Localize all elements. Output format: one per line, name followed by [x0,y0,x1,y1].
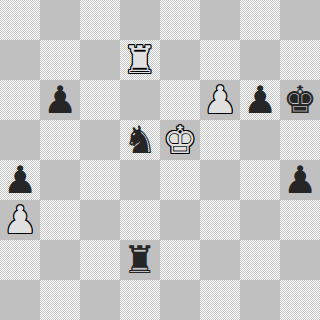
square-d6[interactable] [120,80,160,120]
square-f8[interactable] [200,0,240,40]
square-c8[interactable] [80,0,120,40]
white-rook-d7[interactable]: ♜ [120,40,160,80]
black-pawn-a4[interactable]: ♟ [0,160,40,200]
square-a4[interactable]: ♟ [0,160,40,200]
square-h8[interactable] [280,0,320,40]
square-d3[interactable] [120,200,160,240]
square-b2[interactable] [40,240,80,280]
square-f6[interactable]: ♟ [200,80,240,120]
white-pawn-a3[interactable]: ♟ [0,200,40,240]
square-g6[interactable]: ♟ [240,80,280,120]
square-a3[interactable]: ♟ [0,200,40,240]
white-king-e5[interactable]: ♚ [160,120,200,160]
square-e4[interactable] [160,160,200,200]
square-g8[interactable] [240,0,280,40]
square-d5[interactable]: ♞ [120,120,160,160]
square-b8[interactable] [40,0,80,40]
black-pawn-h4[interactable]: ♟ [280,160,320,200]
square-h6[interactable]: ♚ [280,80,320,120]
square-f3[interactable] [200,200,240,240]
black-king-h6[interactable]: ♚ [280,80,320,120]
square-c7[interactable] [80,40,120,80]
square-a7[interactable] [0,40,40,80]
square-f4[interactable] [200,160,240,200]
square-f2[interactable] [200,240,240,280]
square-a8[interactable] [0,0,40,40]
square-a5[interactable] [0,120,40,160]
square-g1[interactable] [240,280,280,320]
square-d4[interactable] [120,160,160,200]
square-c6[interactable] [80,80,120,120]
black-pawn-b6[interactable]: ♟ [40,80,80,120]
square-e8[interactable] [160,0,200,40]
square-d8[interactable] [120,0,160,40]
square-a2[interactable] [0,240,40,280]
square-e1[interactable] [160,280,200,320]
square-h1[interactable] [280,280,320,320]
square-e6[interactable] [160,80,200,120]
black-rook-d2[interactable]: ♜ [120,240,160,280]
square-h7[interactable] [280,40,320,80]
square-e5[interactable]: ♚ [160,120,200,160]
square-c1[interactable] [80,280,120,320]
square-a6[interactable] [0,80,40,120]
square-b4[interactable] [40,160,80,200]
square-b7[interactable] [40,40,80,80]
square-e3[interactable] [160,200,200,240]
square-b1[interactable] [40,280,80,320]
square-h3[interactable] [280,200,320,240]
square-h2[interactable] [280,240,320,280]
square-c3[interactable] [80,200,120,240]
square-g3[interactable] [240,200,280,240]
square-h5[interactable] [280,120,320,160]
square-e2[interactable] [160,240,200,280]
square-d2[interactable]: ♜ [120,240,160,280]
square-d1[interactable] [120,280,160,320]
square-f7[interactable] [200,40,240,80]
square-a1[interactable] [0,280,40,320]
square-g7[interactable] [240,40,280,80]
black-pawn-g6[interactable]: ♟ [240,80,280,120]
square-g5[interactable] [240,120,280,160]
square-g2[interactable] [240,240,280,280]
square-b5[interactable] [40,120,80,160]
square-e7[interactable] [160,40,200,80]
square-h4[interactable]: ♟ [280,160,320,200]
square-d7[interactable]: ♜ [120,40,160,80]
square-b6[interactable]: ♟ [40,80,80,120]
square-c5[interactable] [80,120,120,160]
square-g4[interactable] [240,160,280,200]
square-f5[interactable] [200,120,240,160]
chess-board: ♜♟♟♟♚♞♚♟♟♟♜ [0,0,320,320]
square-c4[interactable] [80,160,120,200]
square-f1[interactable] [200,280,240,320]
square-b3[interactable] [40,200,80,240]
square-c2[interactable] [80,240,120,280]
black-knight-d5[interactable]: ♞ [120,120,160,160]
white-pawn-f6[interactable]: ♟ [200,80,240,120]
